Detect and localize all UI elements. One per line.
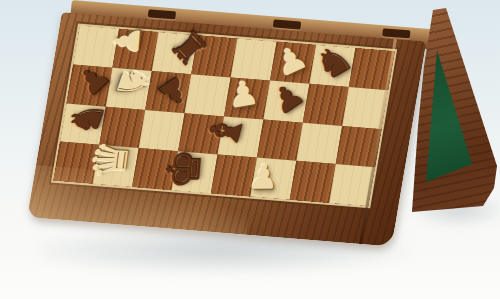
square-r3c8[interactable]: [336, 126, 382, 168]
chess-board: ♟♜♟♞♟♞♟♟♟♞♝♛♚♟: [27, 12, 426, 247]
square-r4c7[interactable]: [290, 161, 336, 203]
hinge-1: [148, 9, 176, 19]
square-r2c8[interactable]: [342, 87, 388, 129]
hinge-3: [382, 28, 410, 38]
piece-dark-K-r4c4[interactable]: ♚: [158, 148, 207, 190]
square-r4c8[interactable]: [329, 164, 375, 206]
square-r3c3[interactable]: [139, 110, 185, 152]
product-photo-scene: ♟♜♟♞♟♞♟♟♟♞♝♛♚♟: [0, 0, 500, 299]
piece-white-P-r2c5[interactable]: ♟: [227, 75, 260, 114]
square-r3c6[interactable]: [257, 119, 303, 161]
piece-white-Q-r4c2[interactable]: ♛: [85, 138, 136, 181]
square-r3c7[interactable]: [296, 122, 342, 164]
piece-white-P-r4c6[interactable]: ♟: [247, 159, 280, 193]
piece-dark-B-r3c5[interactable]: ♝: [200, 109, 250, 153]
hinge-2: [273, 19, 301, 29]
piece-white-P-r1c2[interactable]: ♟: [109, 26, 145, 57]
